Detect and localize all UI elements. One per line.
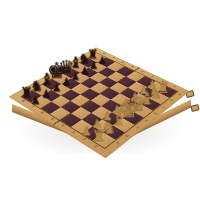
black-pawn[interactable]: ♟ <box>52 82 61 92</box>
board-hinge <box>190 104 199 112</box>
black-pawn[interactable]: ♟ <box>61 76 70 86</box>
black-pawn[interactable]: ♟ <box>80 65 89 75</box>
black-pawn[interactable]: ♟ <box>71 71 80 81</box>
scene: 87654321 87654321 abcdefgh abcdefgh ♜♟♟♜… <box>0 0 200 200</box>
black-pawn[interactable]: ♟ <box>98 55 107 65</box>
black-pawn[interactable]: ♟ <box>31 94 41 105</box>
product-photo: 87654321 87654321 abcdefgh abcdefgh ♜♟♟♜… <box>0 0 200 200</box>
black-pawn[interactable]: ♟ <box>89 60 98 70</box>
white-rook[interactable]: ♜ <box>92 128 106 144</box>
black-pawn[interactable]: ♟ <box>41 88 51 99</box>
